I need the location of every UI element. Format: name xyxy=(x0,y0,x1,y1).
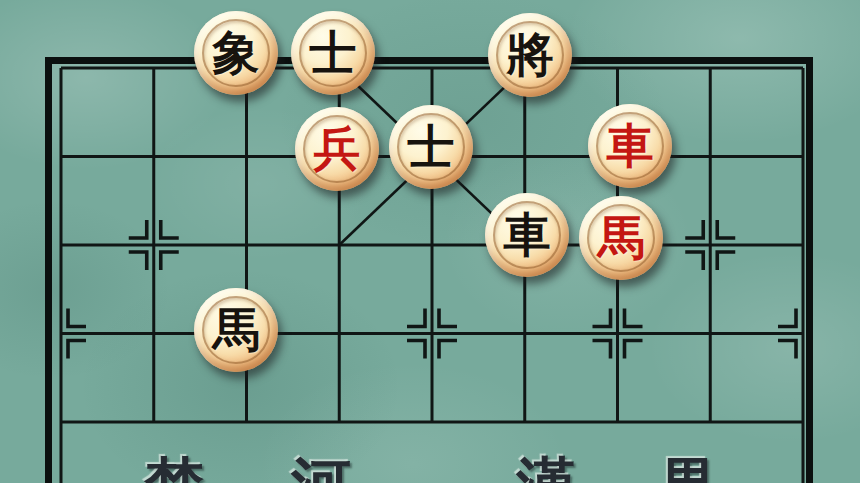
xiangqi-board-screenshot: 象士將兵士車車馬馬 楚河漢界 xyxy=(0,0,860,483)
position-marker xyxy=(625,341,643,359)
position-marker xyxy=(129,252,147,270)
piece-glyph: 士 xyxy=(389,105,473,189)
piece-glyph: 士 xyxy=(291,11,375,95)
position-marker xyxy=(778,309,796,327)
position-marker xyxy=(593,309,611,327)
piece-red-soldier[interactable]: 兵 xyxy=(295,107,379,191)
piece-red-horse[interactable]: 馬 xyxy=(579,196,663,280)
piece-glyph: 兵 xyxy=(295,107,379,191)
position-marker xyxy=(625,309,643,327)
position-marker xyxy=(685,220,703,238)
piece-black-advisor-2[interactable]: 士 xyxy=(389,105,473,189)
river-char: 界 xyxy=(658,446,718,483)
position-marker xyxy=(68,309,86,327)
position-marker xyxy=(68,341,86,359)
position-marker xyxy=(129,220,147,238)
piece-glyph: 車 xyxy=(485,193,569,277)
position-marker xyxy=(685,252,703,270)
piece-red-chariot[interactable]: 車 xyxy=(588,104,672,188)
piece-black-chariot[interactable]: 車 xyxy=(485,193,569,277)
position-marker xyxy=(161,220,179,238)
position-marker xyxy=(407,309,425,327)
piece-black-elephant[interactable]: 象 xyxy=(194,11,278,95)
piece-glyph: 車 xyxy=(588,104,672,188)
position-marker xyxy=(439,341,457,359)
position-marker xyxy=(439,309,457,327)
position-marker xyxy=(717,220,735,238)
river-char: 楚 xyxy=(144,446,204,483)
piece-glyph: 將 xyxy=(488,13,572,97)
board-grid-lines xyxy=(0,0,860,483)
piece-black-advisor-1[interactable]: 士 xyxy=(291,11,375,95)
position-marker xyxy=(717,252,735,270)
position-marker xyxy=(593,341,611,359)
position-marker xyxy=(778,341,796,359)
piece-black-horse[interactable]: 馬 xyxy=(194,288,278,372)
piece-glyph: 馬 xyxy=(579,196,663,280)
position-marker xyxy=(407,341,425,359)
piece-glyph: 馬 xyxy=(194,288,278,372)
piece-glyph: 象 xyxy=(194,11,278,95)
river-char: 河 xyxy=(291,446,351,483)
river-char: 漢 xyxy=(516,446,576,483)
position-marker xyxy=(161,252,179,270)
piece-black-general[interactable]: 將 xyxy=(488,13,572,97)
